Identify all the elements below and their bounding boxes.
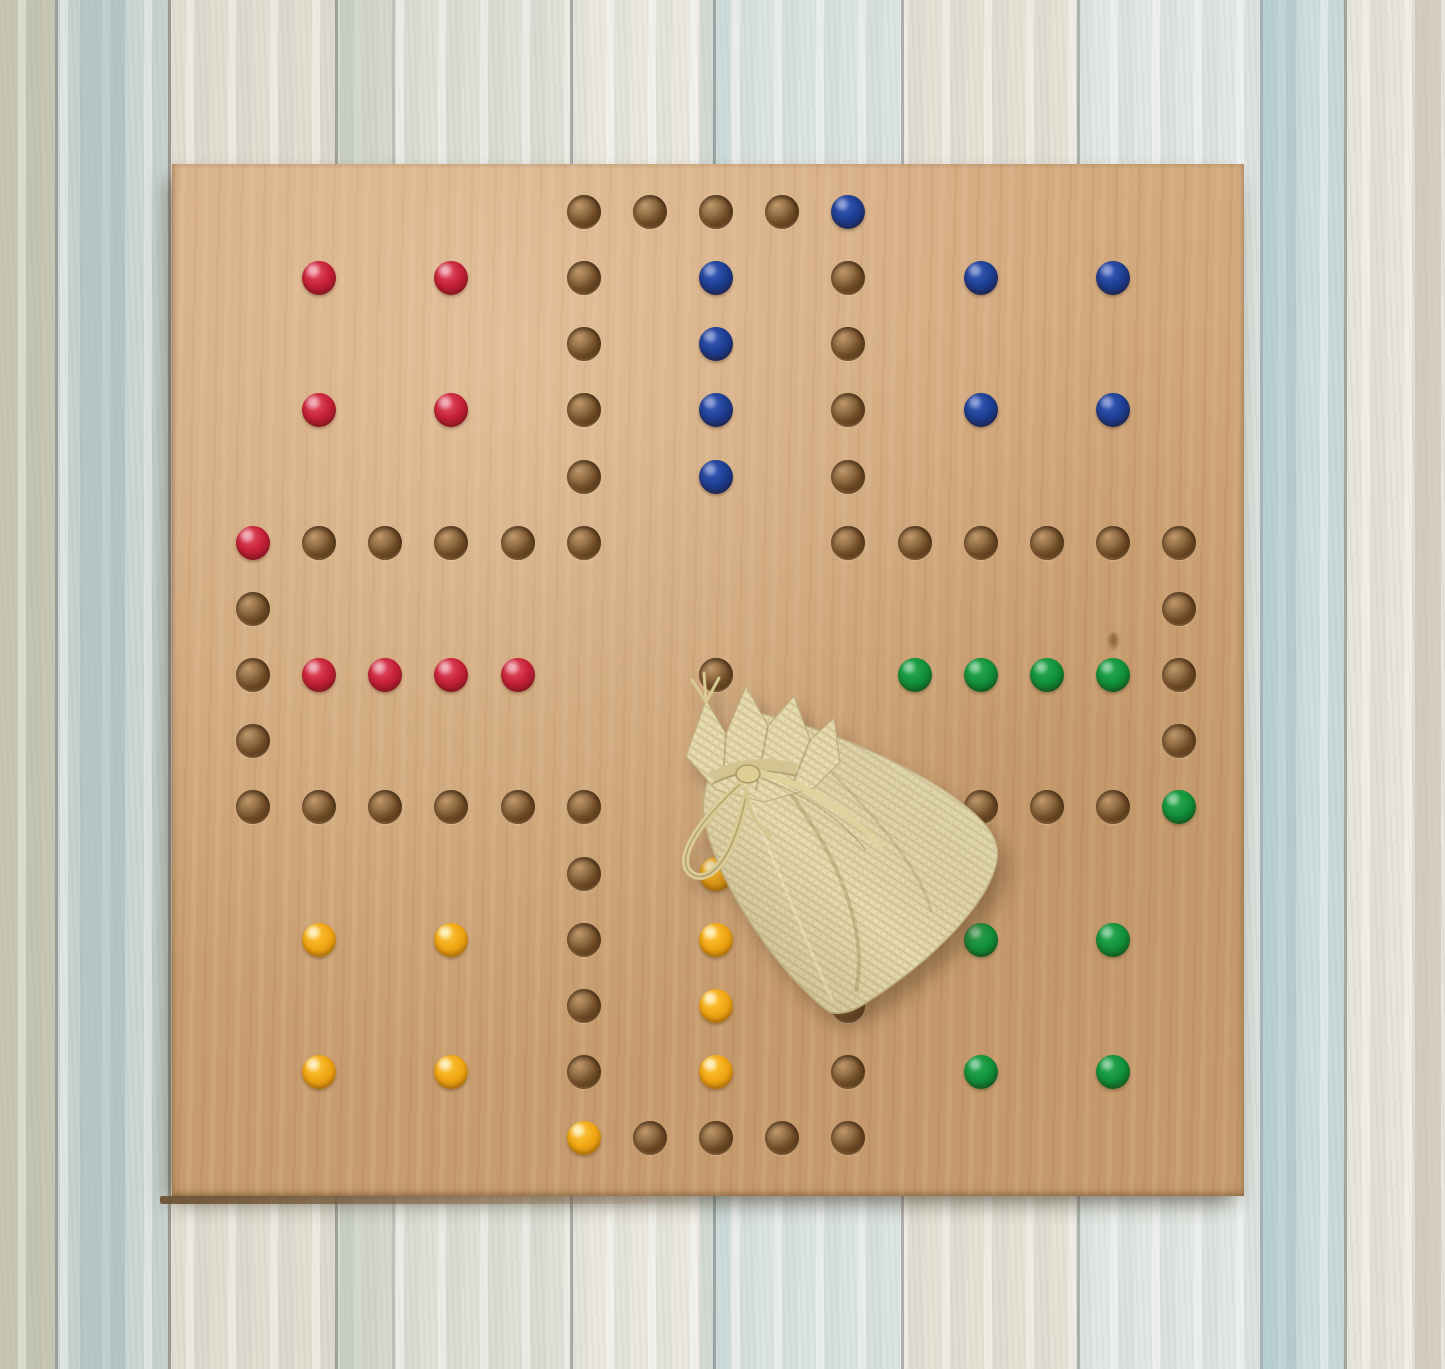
wood-knot [1108, 632, 1119, 650]
hole-r5c11[interactable] [964, 526, 998, 560]
hole-r8c0[interactable] [236, 724, 270, 758]
hole-r13c9[interactable] [831, 1055, 865, 1089]
yellow-hole-r14c5[interactable] [567, 1121, 601, 1155]
hole-r2c5[interactable] [567, 327, 601, 361]
hole-r14c8[interactable] [765, 1121, 799, 1155]
hole-r9c2[interactable] [368, 790, 402, 824]
red-hole-r1c1[interactable] [302, 261, 336, 295]
yellow-hole-r13c3[interactable] [434, 1055, 468, 1089]
hole-r4c5[interactable] [567, 460, 601, 494]
yellow-hole-r13c7[interactable] [699, 1055, 733, 1089]
red-hole-r7c4[interactable] [501, 658, 535, 692]
hole-r7c14[interactable] [1162, 658, 1196, 692]
hole-r4c9[interactable] [831, 460, 865, 494]
red-hole-r7c2[interactable] [368, 658, 402, 692]
hole-r10c5[interactable] [567, 857, 601, 891]
hole-r2c9[interactable] [831, 327, 865, 361]
hole-r5c1[interactable] [302, 526, 336, 560]
green-hole-r11c13[interactable] [1096, 923, 1130, 957]
yellow-hole-r13c1[interactable] [302, 1055, 336, 1089]
photo-scene [0, 0, 1445, 1369]
blue-hole-r3c11[interactable] [964, 393, 998, 427]
hole-r1c9[interactable] [831, 261, 865, 295]
hole-r9c0[interactable] [236, 790, 270, 824]
red-hole-r3c1[interactable] [302, 393, 336, 427]
board-bottom-edge [160, 1196, 700, 1204]
hole-r0c6[interactable] [633, 195, 667, 229]
hole-r8c14[interactable] [1162, 724, 1196, 758]
hole-r3c5[interactable] [567, 393, 601, 427]
hole-r5c9[interactable] [831, 526, 865, 560]
hole-r13c5[interactable] [567, 1055, 601, 1089]
blue-hole-r3c7[interactable] [699, 393, 733, 427]
red-hole-r7c3[interactable] [434, 658, 468, 692]
blue-hole-r3c13[interactable] [1096, 393, 1130, 427]
green-hole-r7c12[interactable] [1030, 658, 1064, 692]
hole-r9c4[interactable] [501, 790, 535, 824]
hole-r9c5[interactable] [567, 790, 601, 824]
hole-r14c7[interactable] [699, 1121, 733, 1155]
hole-r9c12[interactable] [1030, 790, 1064, 824]
hole-r3c9[interactable] [831, 393, 865, 427]
hole-r6c0[interactable] [236, 592, 270, 626]
hole-r9c3[interactable] [434, 790, 468, 824]
drawstring-knot [736, 765, 760, 783]
hole-r7c0[interactable] [236, 658, 270, 692]
green-hole-r9c14[interactable] [1162, 790, 1196, 824]
blue-hole-r2c7[interactable] [699, 327, 733, 361]
green-hole-r7c13[interactable] [1096, 658, 1130, 692]
hole-r5c3[interactable] [434, 526, 468, 560]
red-hole-r5c0[interactable] [236, 526, 270, 560]
blue-hole-r1c7[interactable] [699, 261, 733, 295]
blue-hole-r4c7[interactable] [699, 460, 733, 494]
hole-r0c7[interactable] [699, 195, 733, 229]
hole-r5c4[interactable] [501, 526, 535, 560]
hole-r5c12[interactable] [1030, 526, 1064, 560]
hole-r5c5[interactable] [567, 526, 601, 560]
hole-r1c5[interactable] [567, 261, 601, 295]
hole-r9c13[interactable] [1096, 790, 1130, 824]
hole-r6c14[interactable] [1162, 592, 1196, 626]
blue-hole-r1c13[interactable] [1096, 261, 1130, 295]
hole-r12c5[interactable] [567, 989, 601, 1023]
yellow-hole-r11c1[interactable] [302, 923, 336, 957]
red-hole-r7c1[interactable] [302, 658, 336, 692]
green-hole-r13c11[interactable] [964, 1055, 998, 1089]
blue-hole-r1c11[interactable] [964, 261, 998, 295]
hole-r14c6[interactable] [633, 1121, 667, 1155]
hole-r14c9[interactable] [831, 1121, 865, 1155]
red-hole-r3c3[interactable] [434, 393, 468, 427]
cord-frayed-end [692, 673, 719, 702]
burlap-drawstring-bag[interactable] [628, 660, 1028, 1050]
green-hole-r13c13[interactable] [1096, 1055, 1130, 1089]
hole-r0c8[interactable] [765, 195, 799, 229]
hole-r5c14[interactable] [1162, 526, 1196, 560]
hole-r5c13[interactable] [1096, 526, 1130, 560]
yellow-hole-r11c3[interactable] [434, 923, 468, 957]
hole-r5c2[interactable] [368, 526, 402, 560]
hole-r11c5[interactable] [567, 923, 601, 957]
hole-r5c10[interactable] [898, 526, 932, 560]
hole-r0c5[interactable] [567, 195, 601, 229]
hole-r9c1[interactable] [302, 790, 336, 824]
blue-hole-r0c9[interactable] [831, 195, 865, 229]
red-hole-r1c3[interactable] [434, 261, 468, 295]
